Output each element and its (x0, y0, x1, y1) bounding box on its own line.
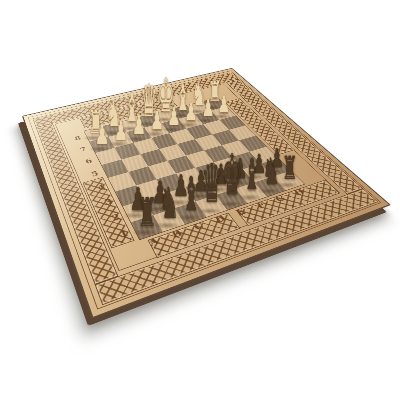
piece-white-pawn-d7: ♟ (150, 108, 164, 133)
piece-white-pawn-c7: ♟ (132, 113, 146, 139)
piece-black-bishop-f1: ♝ (243, 154, 260, 197)
piece-black-queen-d1: ♛ (201, 157, 222, 211)
piece-white-pawn-h7: ♟ (218, 93, 230, 116)
piece-white-pawn-b7: ♟ (113, 117, 127, 144)
piece-black-bishop-c1: ♝ (181, 170, 200, 217)
piece-white-pawn-e7: ♟ (167, 104, 180, 129)
piece-black-rook-a1: ♜ (137, 193, 157, 233)
wooden-chess-board-photo: ABCDEFGH 87654321 ♜♞♝♛♚♝♞♜♟♟♟♟♟♟♟♟♟♟♟♟♟♟… (0, 0, 400, 400)
piece-white-pawn-g7: ♟ (201, 97, 214, 120)
piece-black-king-e1: ♚ (222, 148, 242, 204)
piece-black-knight-g1: ♞ (262, 154, 280, 191)
piece-white-pawn-f7: ♟ (185, 101, 198, 125)
piece-black-knight-b1: ♞ (159, 182, 180, 225)
piece-white-pawn-a7: ♟ (94, 121, 109, 148)
pieces-layer: ♜♞♝♛♚♝♞♜♟♟♟♟♟♟♟♟♟♟♟♟♟♟♟♟♜♞♝♛♚♝♞♜ (0, 0, 400, 400)
piece-black-rook-h1: ♜ (282, 153, 298, 185)
